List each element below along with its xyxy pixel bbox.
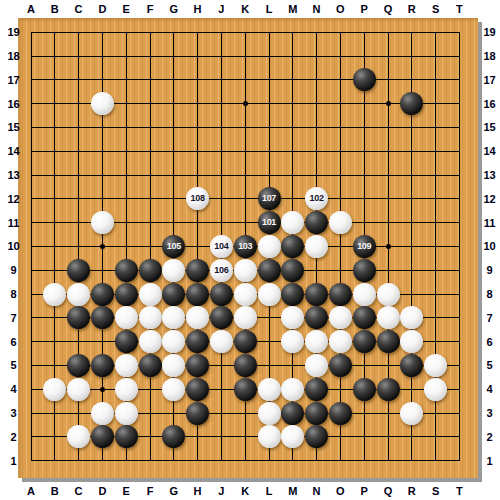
column-label-top: P: [353, 1, 375, 17]
column-label-top: D: [91, 1, 113, 17]
column-label-top: G: [163, 1, 185, 17]
row-label-right: 5: [479, 357, 500, 373]
column-label-bottom: K: [234, 483, 256, 499]
column-label-bottom: R: [401, 483, 423, 499]
column-label-bottom: B: [44, 483, 66, 499]
go-game-screenshot: AABBCCDDEEFFGGHHJJKKLLMMNNOOPPQQRRSSTT19…: [0, 0, 500, 500]
row-label-right: 13: [479, 167, 500, 183]
column-label-top: B: [44, 1, 66, 17]
row-label-right: 18: [479, 48, 500, 64]
column-label-bottom: G: [163, 483, 185, 499]
column-label-bottom: J: [210, 483, 232, 499]
column-label-bottom: M: [282, 483, 304, 499]
row-label-right: 4: [479, 381, 500, 397]
row-label-right: 3: [479, 405, 500, 421]
column-label-bottom: L: [258, 483, 280, 499]
column-label-top: E: [115, 1, 137, 17]
column-label-top: M: [282, 1, 304, 17]
column-label-bottom: S: [425, 483, 447, 499]
column-label-top: N: [306, 1, 328, 17]
column-label-bottom: E: [115, 483, 137, 499]
row-label-right: 10: [479, 238, 500, 254]
row-label-right: 2: [479, 429, 500, 445]
row-label-right: 8: [479, 286, 500, 302]
column-label-top: J: [210, 1, 232, 17]
column-label-bottom: C: [68, 483, 90, 499]
row-label-right: 14: [479, 143, 500, 159]
row-label-right: 16: [479, 96, 500, 112]
row-label-right: 12: [479, 191, 500, 207]
row-label-right: 11: [479, 215, 500, 231]
row-label-right: 19: [479, 24, 500, 40]
column-label-top: O: [329, 1, 351, 17]
row-label-right: 1: [479, 453, 500, 469]
column-label-top: A: [20, 1, 42, 17]
column-label-top: C: [68, 1, 90, 17]
column-label-bottom: T: [448, 483, 470, 499]
column-label-bottom: F: [139, 483, 161, 499]
column-label-top: T: [448, 1, 470, 17]
column-label-bottom: Q: [377, 483, 399, 499]
column-label-top: L: [258, 1, 280, 17]
column-label-top: R: [401, 1, 423, 17]
column-label-bottom: O: [329, 483, 351, 499]
row-label-right: 6: [479, 334, 500, 350]
column-label-bottom: A: [20, 483, 42, 499]
column-label-top: H: [187, 1, 209, 17]
column-label-bottom: H: [187, 483, 209, 499]
column-label-top: Q: [377, 1, 399, 17]
column-label-top: S: [425, 1, 447, 17]
row-label-right: 9: [479, 262, 500, 278]
row-label-right: 15: [479, 119, 500, 135]
column-label-top: F: [139, 1, 161, 17]
column-label-bottom: D: [91, 483, 113, 499]
column-label-bottom: P: [353, 483, 375, 499]
row-label-right: 7: [479, 310, 500, 326]
column-label-bottom: N: [306, 483, 328, 499]
column-label-top: K: [234, 1, 256, 17]
row-label-right: 17: [479, 72, 500, 88]
go-board[interactable]: [18, 18, 478, 478]
